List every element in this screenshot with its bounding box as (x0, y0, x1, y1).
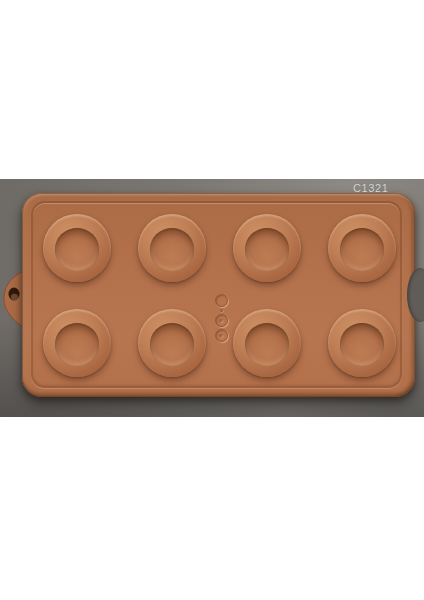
cavity-recess (340, 228, 384, 271)
silicone-mold (22, 193, 415, 397)
cavity-recess (340, 323, 384, 366)
emboss-ring-icon (215, 329, 228, 342)
embossed-rings-mark (214, 294, 228, 342)
mold-cavity (138, 214, 206, 282)
mold-cavity (43, 214, 111, 282)
mold-cavity (328, 309, 396, 377)
mold-cavity (138, 309, 206, 377)
page: { "photo": { "code_label": "C1321", "sub… (0, 0, 424, 600)
cavity-recess (245, 228, 289, 271)
emboss-pip (219, 334, 223, 338)
cavity-recess (55, 228, 99, 271)
cavity-recess (150, 228, 194, 271)
emboss-pip (219, 319, 223, 323)
emboss-dot-icon (220, 309, 223, 312)
photo-surface: C1321 (0, 179, 424, 417)
cavity-recess (55, 323, 99, 366)
emboss-ring-icon (215, 294, 228, 307)
mold-cavity (233, 214, 301, 282)
mold-cavity (233, 309, 301, 377)
tab-hole-highlight (11, 294, 18, 300)
catalog-code-label: C1321 (353, 182, 388, 194)
mold-cavity (328, 214, 396, 282)
cavity-recess (245, 323, 289, 366)
mold-cavity (43, 309, 111, 377)
emboss-ring-icon (215, 314, 228, 327)
cavity-recess (150, 323, 194, 366)
